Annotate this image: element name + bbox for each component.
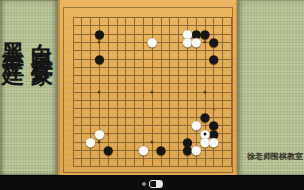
grid-line-horizontal <box>73 166 232 167</box>
hoshi-point <box>151 91 154 94</box>
grid-line-horizontal <box>73 150 232 151</box>
white-stone: ● <box>191 36 201 48</box>
grid-line-horizontal <box>73 100 232 101</box>
black-stone: ● <box>94 28 104 40</box>
grid-line-horizontal <box>73 158 232 159</box>
grid-line-horizontal <box>73 67 232 68</box>
black-stone: ● <box>94 53 104 65</box>
classroom-caption: 徐老师围棋教室 <box>247 151 303 162</box>
hoshi-point <box>204 41 207 44</box>
record-dot-icon[interactable] <box>142 182 146 186</box>
black-stone: ● <box>209 53 219 65</box>
red-marker-dot <box>107 132 110 135</box>
red-marker-dot <box>212 107 215 110</box>
grid-line-horizontal <box>73 75 232 76</box>
black-stone: ● <box>103 144 113 156</box>
player-control-bar[interactable] <box>0 175 304 190</box>
hoshi-point <box>204 91 207 94</box>
hoshi-point <box>151 141 154 144</box>
play-toggle-icon[interactable] <box>149 180 163 188</box>
black-stone: ● <box>209 36 219 48</box>
white-stone: ● <box>191 144 201 156</box>
black-stone: ● <box>156 144 166 156</box>
white-stone: ● <box>209 136 219 148</box>
last-move-marker <box>204 132 207 135</box>
white-player-name: 白辜梓豪 <box>31 25 53 53</box>
side-panel: 徐老师围棋教室 <box>237 0 304 175</box>
grid-line-horizontal <box>73 83 232 84</box>
white-stone: ● <box>147 36 157 48</box>
hoshi-point <box>98 91 101 94</box>
hoshi-point <box>98 41 101 44</box>
white-stone: ● <box>85 136 95 148</box>
players-panel: 黑芈昱廷 白辜梓豪 <box>0 0 58 175</box>
go-app-screen: 黑芈昱廷 白辜梓豪 ●●●●●●●●●●●●●●●●●●●●●●●●● 徐老师围… <box>0 0 304 190</box>
hoshi-point <box>98 141 101 144</box>
player-icons <box>142 180 163 188</box>
black-player-name: 黑芈昱廷 <box>2 25 24 53</box>
grid-line-horizontal <box>73 17 232 18</box>
go-board[interactable]: ●●●●●●●●●●●●●●●●●●●●●●●●● <box>58 0 237 175</box>
white-stone: ● <box>138 144 148 156</box>
